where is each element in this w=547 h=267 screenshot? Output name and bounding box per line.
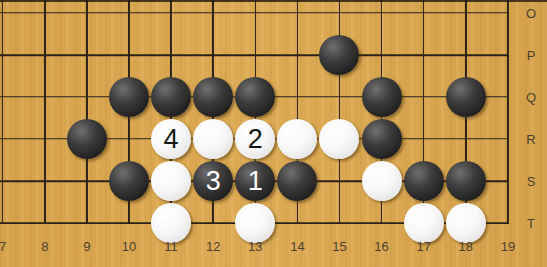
stone-black-10S[interactable]: [109, 161, 149, 201]
stone-black-18S[interactable]: [446, 161, 486, 201]
stone-black-14S[interactable]: [277, 161, 317, 201]
stone-white-18T[interactable]: [446, 203, 486, 243]
stone-white-14R[interactable]: [277, 119, 317, 159]
stone-black-11Q[interactable]: [151, 77, 191, 117]
stone-white-11S[interactable]: [151, 161, 191, 201]
col-label-15: 15: [332, 238, 346, 253]
row-label-Q: Q: [526, 90, 536, 105]
col-label-12: 12: [206, 238, 220, 253]
stone-black-16Q[interactable]: [362, 77, 402, 117]
stones-layer: 4231: [0, 0, 529, 244]
row-label-P: P: [527, 48, 536, 63]
row-label-O: O: [526, 6, 536, 21]
go-board[interactable]: 4231 78910111213141516171819OPQRST: [0, 0, 547, 267]
stone-white-11T[interactable]: [151, 203, 191, 243]
move-number-1: 1: [248, 168, 263, 195]
col-label-14: 14: [290, 238, 304, 253]
stone-white-16S[interactable]: [362, 161, 402, 201]
col-label-9: 9: [83, 238, 90, 253]
col-label-19: 19: [501, 238, 515, 253]
stone-black-13S[interactable]: 1: [235, 161, 275, 201]
stone-black-10Q[interactable]: [109, 77, 149, 117]
stone-black-13Q[interactable]: [235, 77, 275, 117]
board-top-edge: [0, 0, 547, 2]
stone-black-16R[interactable]: [362, 119, 402, 159]
stone-black-15P[interactable]: [319, 35, 359, 75]
col-label-11: 11: [164, 238, 178, 253]
col-label-8: 8: [41, 238, 48, 253]
col-label-10: 10: [122, 238, 136, 253]
stone-white-12R[interactable]: [193, 119, 233, 159]
stone-black-9R[interactable]: [67, 119, 107, 159]
col-label-13: 13: [248, 238, 262, 253]
row-label-R: R: [526, 132, 535, 147]
col-label-7: 7: [0, 238, 6, 253]
row-label-S: S: [527, 174, 536, 189]
col-label-18: 18: [459, 238, 473, 253]
stone-black-12Q[interactable]: [193, 77, 233, 117]
move-number-4: 4: [164, 126, 179, 153]
stone-black-12S[interactable]: 3: [193, 161, 233, 201]
move-number-3: 3: [206, 168, 221, 195]
stone-white-11R[interactable]: 4: [151, 119, 191, 159]
row-label-T: T: [527, 216, 535, 231]
move-number-2: 2: [248, 126, 263, 153]
stone-white-13R[interactable]: 2: [235, 119, 275, 159]
col-label-17: 17: [416, 238, 430, 253]
stone-white-13T[interactable]: [235, 203, 275, 243]
stone-black-18Q[interactable]: [446, 77, 486, 117]
stone-black-17S[interactable]: [404, 161, 444, 201]
stone-white-15R[interactable]: [319, 119, 359, 159]
col-label-16: 16: [374, 238, 388, 253]
stone-white-17T[interactable]: [404, 203, 444, 243]
